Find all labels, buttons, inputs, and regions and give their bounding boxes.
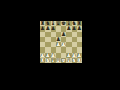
black-queen: ♛ xyxy=(56,21,61,26)
square-h1[interactable]: ♜ xyxy=(77,58,82,63)
white-bishop: ♝ xyxy=(66,58,71,63)
white-pawn: ♟ xyxy=(61,42,66,47)
square-c7[interactable]: ♟ xyxy=(51,26,56,31)
black-pawn: ♟ xyxy=(61,32,66,37)
chess-board: ♜♞♝♛♚♝♞♜♟♟♟♟♟♟♟♟♟♟♟♟♟♟♟♟♜♞♝♛♚♝♞♜ xyxy=(40,21,82,63)
app-screen: ♜♞♝♛♚♝♞♜♟♟♟♟♟♟♟♟♟♟♟♟♟♟♟♟♜♞♝♛♚♝♞♜ xyxy=(0,0,120,90)
black-pawn: ♟ xyxy=(40,26,45,31)
black-king: ♚ xyxy=(61,21,66,26)
white-pawn: ♟ xyxy=(56,42,61,47)
black-pawn: ♟ xyxy=(45,26,50,31)
black-pawn: ♟ xyxy=(51,26,56,31)
black-pawn: ♟ xyxy=(66,26,71,31)
white-bishop: ♝ xyxy=(51,58,56,63)
square-h7[interactable]: ♟ xyxy=(77,26,82,31)
white-king: ♚ xyxy=(61,58,66,63)
white-knight: ♞ xyxy=(45,58,50,63)
black-pawn: ♟ xyxy=(72,26,77,31)
white-knight: ♞ xyxy=(72,58,77,63)
white-rook: ♜ xyxy=(77,58,82,63)
black-pawn: ♟ xyxy=(77,26,82,31)
square-e6[interactable]: ♟ xyxy=(61,32,66,37)
white-queen: ♛ xyxy=(56,58,61,63)
square-e4[interactable]: ♟ xyxy=(61,42,66,47)
white-rook: ♜ xyxy=(40,58,45,63)
